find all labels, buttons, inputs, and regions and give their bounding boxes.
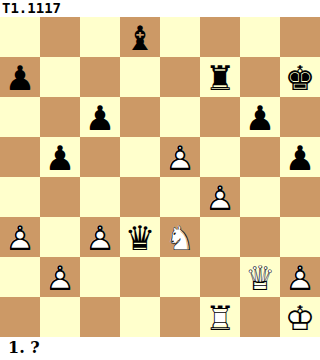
piece-glyph-layer: ♜ (200, 57, 240, 97)
piece-outline-layer: ♙ (160, 137, 200, 177)
square-e3[interactable]: ♞♘ (160, 217, 200, 257)
square-a6[interactable] (0, 97, 40, 137)
square-c6[interactable]: ♟ (80, 97, 120, 137)
square-d5[interactable] (120, 137, 160, 177)
square-c2[interactable] (80, 257, 120, 297)
piece-outline-layer: ♙ (40, 257, 80, 297)
piece-glyph-layer: ♟ (280, 137, 320, 177)
square-c8[interactable] (80, 17, 120, 57)
puzzle-title: T1.1117 (0, 0, 320, 17)
piece-black-pawn-icon: ♟ (40, 137, 80, 177)
piece-white-pawn-icon: ♟♙ (160, 137, 200, 177)
piece-black-pawn-icon: ♟ (280, 137, 320, 177)
square-h4[interactable] (280, 177, 320, 217)
move-prompt: 1. ? (0, 337, 320, 360)
square-f7[interactable]: ♜ (200, 57, 240, 97)
piece-white-rook-icon: ♜♖ (200, 297, 240, 337)
piece-black-bishop-icon: ♝ (120, 17, 160, 57)
square-f6[interactable] (200, 97, 240, 137)
piece-glyph-layer: ♟ (40, 137, 80, 177)
square-a5[interactable] (0, 137, 40, 177)
square-d1[interactable] (120, 297, 160, 337)
square-a7[interactable]: ♟ (0, 57, 40, 97)
square-f5[interactable] (200, 137, 240, 177)
square-f4[interactable]: ♟♙ (200, 177, 240, 217)
piece-glyph-layer: ♝ (120, 17, 160, 57)
square-c1[interactable] (80, 297, 120, 337)
piece-black-rook-icon: ♜ (200, 57, 240, 97)
square-h8[interactable] (280, 17, 320, 57)
square-b8[interactable] (40, 17, 80, 57)
piece-white-pawn-icon: ♟♙ (200, 177, 240, 217)
square-f2[interactable] (200, 257, 240, 297)
piece-white-king-icon: ♚♔ (280, 297, 320, 337)
square-g8[interactable] (240, 17, 280, 57)
piece-black-pawn-icon: ♟ (0, 57, 40, 97)
square-e8[interactable] (160, 17, 200, 57)
square-c3[interactable]: ♟♙ (80, 217, 120, 257)
piece-white-pawn-icon: ♟♙ (0, 217, 40, 257)
square-b5[interactable]: ♟ (40, 137, 80, 177)
square-c4[interactable] (80, 177, 120, 217)
square-a2[interactable] (0, 257, 40, 297)
square-h6[interactable] (280, 97, 320, 137)
square-g6[interactable]: ♟ (240, 97, 280, 137)
square-e5[interactable]: ♟♙ (160, 137, 200, 177)
square-e4[interactable] (160, 177, 200, 217)
square-d7[interactable] (120, 57, 160, 97)
square-h3[interactable] (280, 217, 320, 257)
piece-outline-layer: ♙ (80, 217, 120, 257)
piece-white-pawn-icon: ♟♙ (40, 257, 80, 297)
square-g3[interactable] (240, 217, 280, 257)
piece-outline-layer: ♙ (200, 177, 240, 217)
chess-board: ♝♟♜♚♟♟♟♟♙♟♟♙♟♙♟♙♛♞♘♟♙♛♕♟♙♜♖♚♔ (0, 17, 320, 337)
square-a4[interactable] (0, 177, 40, 217)
piece-black-queen-icon: ♛ (120, 217, 160, 257)
square-f3[interactable] (200, 217, 240, 257)
piece-white-pawn-icon: ♟♙ (80, 217, 120, 257)
square-h2[interactable]: ♟♙ (280, 257, 320, 297)
square-e7[interactable] (160, 57, 200, 97)
square-h1[interactable]: ♚♔ (280, 297, 320, 337)
piece-glyph-layer: ♚ (280, 57, 320, 97)
square-b6[interactable] (40, 97, 80, 137)
square-b4[interactable] (40, 177, 80, 217)
chess-diagram-page: T1.1117 ♝♟♜♚♟♟♟♟♙♟♟♙♟♙♟♙♛♞♘♟♙♛♕♟♙♜♖♚♔ 1.… (0, 0, 320, 360)
piece-outline-layer: ♔ (280, 297, 320, 337)
square-f8[interactable] (200, 17, 240, 57)
piece-white-pawn-icon: ♟♙ (280, 257, 320, 297)
square-d2[interactable] (120, 257, 160, 297)
square-d3[interactable]: ♛ (120, 217, 160, 257)
square-g4[interactable] (240, 177, 280, 217)
piece-outline-layer: ♕ (240, 257, 280, 297)
square-a3[interactable]: ♟♙ (0, 217, 40, 257)
square-f1[interactable]: ♜♖ (200, 297, 240, 337)
piece-outline-layer: ♙ (280, 257, 320, 297)
square-d8[interactable]: ♝ (120, 17, 160, 57)
square-g1[interactable] (240, 297, 280, 337)
square-a1[interactable] (0, 297, 40, 337)
square-h5[interactable]: ♟ (280, 137, 320, 177)
square-e1[interactable] (160, 297, 200, 337)
square-g2[interactable]: ♛♕ (240, 257, 280, 297)
square-b1[interactable] (40, 297, 80, 337)
piece-glyph-layer: ♟ (80, 97, 120, 137)
square-c5[interactable] (80, 137, 120, 177)
square-d4[interactable] (120, 177, 160, 217)
piece-outline-layer: ♘ (160, 217, 200, 257)
square-d6[interactable] (120, 97, 160, 137)
piece-black-pawn-icon: ♟ (240, 97, 280, 137)
piece-black-king-icon: ♚ (280, 57, 320, 97)
piece-outline-layer: ♖ (200, 297, 240, 337)
piece-glyph-layer: ♟ (240, 97, 280, 137)
square-e6[interactable] (160, 97, 200, 137)
square-a8[interactable] (0, 17, 40, 57)
piece-black-pawn-icon: ♟ (80, 97, 120, 137)
square-b3[interactable] (40, 217, 80, 257)
piece-glyph-layer: ♛ (120, 217, 160, 257)
square-g7[interactable] (240, 57, 280, 97)
square-g5[interactable] (240, 137, 280, 177)
square-e2[interactable] (160, 257, 200, 297)
piece-white-queen-icon: ♛♕ (240, 257, 280, 297)
square-b7[interactable] (40, 57, 80, 97)
piece-glyph-layer: ♟ (0, 57, 40, 97)
piece-outline-layer: ♙ (0, 217, 40, 257)
square-h7[interactable]: ♚ (280, 57, 320, 97)
square-c7[interactable] (80, 57, 120, 97)
square-b2[interactable]: ♟♙ (40, 257, 80, 297)
piece-white-knight-icon: ♞♘ (160, 217, 200, 257)
